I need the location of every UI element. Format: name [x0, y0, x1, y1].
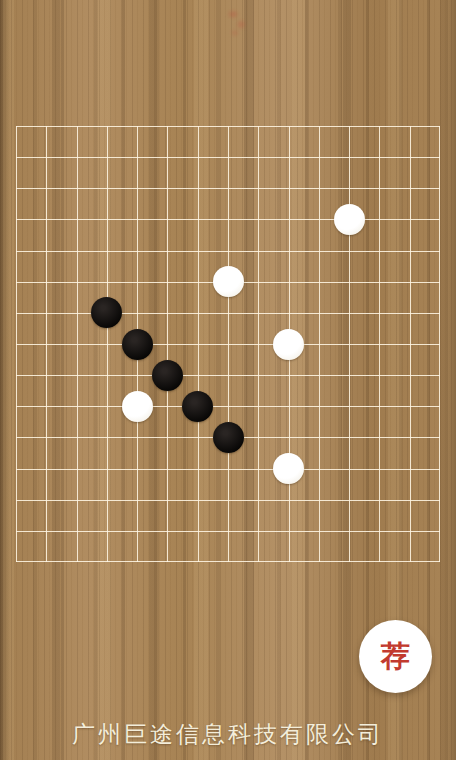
grid-line-vertical: [379, 126, 380, 562]
gomoku-board[interactable]: [16, 126, 440, 562]
white-stone: [213, 266, 244, 297]
recommend-button-label: 荐: [381, 642, 410, 671]
grid-line-horizontal: [16, 375, 440, 376]
recommend-button[interactable]: 荐: [359, 620, 432, 693]
grid-line-horizontal: [16, 561, 440, 562]
black-stone: [182, 391, 213, 422]
grid-line-horizontal: [16, 469, 440, 470]
grid-line-horizontal: [16, 344, 440, 345]
grid-line-vertical: [439, 126, 440, 562]
grid-line-vertical: [258, 126, 259, 562]
black-stone: [213, 422, 244, 453]
grid-line-horizontal: [16, 531, 440, 532]
grid-line-vertical: [319, 126, 320, 562]
grid-line-vertical: [349, 126, 350, 562]
grid-line-horizontal: [16, 406, 440, 407]
grid-line-horizontal: [16, 500, 440, 501]
white-stone: [334, 204, 365, 235]
white-stone: [273, 453, 304, 484]
app-screen: 荐 广州巨途信息科技有限公司: [0, 0, 456, 760]
company-footer-text: 广州巨途信息科技有限公司: [0, 719, 456, 750]
black-stone: [122, 329, 153, 360]
red-seal-mark: [222, 4, 254, 38]
black-stone: [91, 297, 122, 328]
white-stone: [122, 391, 153, 422]
black-stone: [152, 360, 183, 391]
grid-line-vertical: [410, 126, 411, 562]
white-stone: [273, 329, 304, 360]
